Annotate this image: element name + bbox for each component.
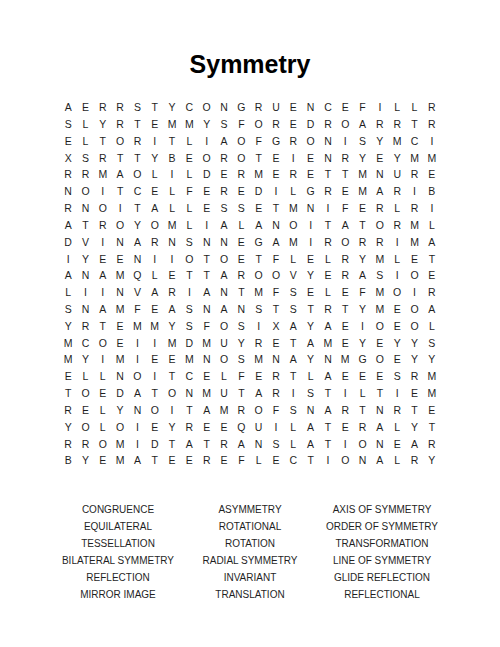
grid-cell-r5c19: N [371, 166, 388, 183]
grid-cell-r12c13: F [267, 284, 284, 301]
grid-cell-r10c17: R [337, 250, 354, 267]
grid-cell-r9c10: N [215, 234, 232, 251]
grid-cell-r22c22: Y [423, 452, 440, 469]
grid-cell-r22c12: L [250, 452, 267, 469]
grid-cell-r2c17: O [337, 116, 354, 133]
grid-cell-r5c18: M [354, 166, 371, 183]
grid-cell-r22c14: C [285, 452, 302, 469]
grid-cell-r9c16: R [319, 234, 336, 251]
grid-cell-r21c5: I [129, 435, 146, 452]
grid-cell-r12c17: E [337, 284, 354, 301]
grid-cell-r17c17: E [337, 368, 354, 385]
grid-cell-r13c17: T [337, 301, 354, 318]
grid-cell-r14c17: E [337, 318, 354, 335]
grid-cell-r3c6: I [146, 133, 163, 150]
grid-cell-r18c21: E [406, 385, 423, 402]
grid-cell-r4c8: E [181, 149, 198, 166]
grid-cell-r8c7: M [163, 217, 180, 234]
grid-cell-r3c19: Y [371, 133, 388, 150]
grid-cell-r5c3: M [94, 166, 111, 183]
grid-cell-r11c10: A [215, 267, 232, 284]
grid-cell-r5c1: R [60, 166, 77, 183]
grid-cell-r16c10: O [215, 351, 232, 368]
grid-cell-r15c11: Y [233, 334, 250, 351]
grid-cell-r11c5: Q [129, 267, 146, 284]
grid-cell-r11c15: Y [302, 267, 319, 284]
word-item: REFLECTIONAL [318, 586, 446, 603]
grid-cell-r9c14: M [285, 234, 302, 251]
grid-cell-r6c18: M [354, 183, 371, 200]
grid-cell-r5c10: E [215, 166, 232, 183]
grid-cell-r11c1: A [60, 267, 77, 284]
grid-cell-r3c18: S [354, 133, 371, 150]
grid-cell-r20c21: Y [406, 419, 423, 436]
grid-cell-r1c21: L [406, 99, 423, 116]
grid-cell-r8c17: A [337, 217, 354, 234]
grid-cell-r17c21: R [406, 368, 423, 385]
grid-cell-r10c10: O [215, 250, 232, 267]
grid-cell-r9c18: R [354, 234, 371, 251]
grid-cell-r21c14: L [285, 435, 302, 452]
grid-cell-r20c16: T [319, 419, 336, 436]
grid-cell-r3c1: E [60, 133, 77, 150]
grid-cell-r15c2: C [77, 334, 94, 351]
grid-cell-r3c8: L [181, 133, 198, 150]
grid-cell-r5c22: E [423, 166, 440, 183]
grid-cell-r6c17: E [337, 183, 354, 200]
grid-cell-r15c1: M [60, 334, 77, 351]
grid-cell-r20c4: O [111, 419, 128, 436]
grid-cell-r16c13: N [267, 351, 284, 368]
grid-cell-r3c12: F [250, 133, 267, 150]
grid-cell-r17c14: T [285, 368, 302, 385]
grid-cell-r8c19: O [371, 217, 388, 234]
grid-cell-r19c9: A [198, 402, 215, 419]
grid-cell-r1c4: R [111, 99, 128, 116]
grid-cell-r6c6: E [146, 183, 163, 200]
grid-cell-r1c6: T [146, 99, 163, 116]
grid-cell-r21c17: I [337, 435, 354, 452]
grid-cell-r11c21: O [406, 267, 423, 284]
grid-cell-r17c15: L [302, 368, 319, 385]
grid-cell-r10c16: L [319, 250, 336, 267]
grid-cell-r8c12: A [250, 217, 267, 234]
grid-cell-r1c9: O [198, 99, 215, 116]
grid-cell-r2c13: R [267, 116, 284, 133]
grid-cell-r4c2: S [77, 149, 94, 166]
grid-cell-r21c21: A [406, 435, 423, 452]
grid-cell-r17c20: S [389, 368, 406, 385]
grid-cell-r16c2: Y [77, 351, 94, 368]
word-item: GLIDE REFLECTION [318, 569, 446, 586]
grid-cell-r16c12: M [250, 351, 267, 368]
grid-cell-r14c19: O [371, 318, 388, 335]
grid-cell-r5c6: L [146, 166, 163, 183]
grid-cell-r15c19: E [371, 334, 388, 351]
grid-cell-r11c11: R [233, 267, 250, 284]
grid-cell-r9c1: D [60, 234, 77, 251]
grid-cell-r4c13: E [267, 149, 284, 166]
grid-cell-r7c7: L [163, 200, 180, 217]
grid-cell-r3c5: R [129, 133, 146, 150]
grid-cell-r13c1: S [60, 301, 77, 318]
grid-cell-r20c2: O [77, 419, 94, 436]
grid-cell-r15c8: D [181, 334, 198, 351]
grid-cell-r7c17: F [337, 200, 354, 217]
grid-cell-r5c7: I [163, 166, 180, 183]
grid-cell-r14c2: R [77, 318, 94, 335]
grid-cell-r8c3: R [94, 217, 111, 234]
grid-cell-r19c1: R [60, 402, 77, 419]
grid-cell-r17c7: T [163, 368, 180, 385]
grid-cell-r10c5: N [129, 250, 146, 267]
grid-cell-r2c16: R [319, 116, 336, 133]
word-item: ROTATION [186, 535, 314, 552]
grid-cell-r11c14: V [285, 267, 302, 284]
grid-cell-r16c4: M [111, 351, 128, 368]
grid-cell-r21c18: O [354, 435, 371, 452]
grid-cell-r18c13: R [267, 385, 284, 402]
grid-cell-r15c22: S [423, 334, 440, 351]
grid-cell-r9c11: E [233, 234, 250, 251]
grid-cell-r19c6: O [146, 402, 163, 419]
grid-cell-r12c20: O [389, 284, 406, 301]
grid-cell-r13c20: E [389, 301, 406, 318]
grid-cell-r13c22: A [423, 301, 440, 318]
grid-cell-r9c19: R [371, 234, 388, 251]
grid-cell-r8c15: I [302, 217, 319, 234]
grid-cell-r8c18: T [354, 217, 371, 234]
grid-cell-r21c2: R [77, 435, 94, 452]
grid-cell-r6c19: A [371, 183, 388, 200]
grid-cell-r3c4: O [111, 133, 128, 150]
grid-cell-r19c18: T [354, 402, 371, 419]
grid-cell-r10c18: Y [354, 250, 371, 267]
grid-cell-r16c6: E [146, 351, 163, 368]
grid-cell-r4c1: X [60, 149, 77, 166]
grid-cell-r11c17: R [337, 267, 354, 284]
grid-cell-r17c2: L [77, 368, 94, 385]
grid-cell-r1c10: N [215, 99, 232, 116]
grid-cell-r20c10: E [215, 419, 232, 436]
grid-cell-r7c19: R [371, 200, 388, 217]
grid-cell-r10c14: L [285, 250, 302, 267]
grid-cell-r13c4: M [111, 301, 128, 318]
grid-cell-r14c1: Y [60, 318, 77, 335]
grid-cell-r20c15: A [302, 419, 319, 436]
grid-cell-r9c9: N [198, 234, 215, 251]
grid-cell-r19c2: E [77, 402, 94, 419]
grid-cell-r12c21: I [406, 284, 423, 301]
grid-cell-r7c6: A [146, 200, 163, 217]
grid-cell-r16c3: I [94, 351, 111, 368]
grid-cell-r8c9: I [198, 217, 215, 234]
grid-cell-r15c21: Y [406, 334, 423, 351]
grid-cell-r14c9: F [198, 318, 215, 335]
grid-cell-r18c20: I [389, 385, 406, 402]
grid-cell-r10c20: L [389, 250, 406, 267]
grid-cell-r1c1: A [60, 99, 77, 116]
grid-cell-r22c19: A [371, 452, 388, 469]
grid-cell-r20c14: L [285, 419, 302, 436]
grid-cell-r11c6: L [146, 267, 163, 284]
grid-cell-r21c9: T [198, 435, 215, 452]
grid-cell-r9c22: A [423, 234, 440, 251]
grid-cell-r14c16: A [319, 318, 336, 335]
grid-cell-r4c3: R [94, 149, 111, 166]
grid-cell-r3c9: I [198, 133, 215, 150]
word-list-column-2: ASYMMETRYROTATIONALROTATIONRADIAL SYMMET… [186, 501, 314, 603]
grid-cell-r9c21: M [406, 234, 423, 251]
word-item: MIRROR IMAGE [54, 586, 182, 603]
grid-cell-r22c15: T [302, 452, 319, 469]
grid-cell-r19c7: I [163, 402, 180, 419]
grid-cell-r6c1: N [60, 183, 77, 200]
grid-cell-r16c11: S [233, 351, 250, 368]
grid-cell-r10c7: I [163, 250, 180, 267]
word-item: ORDER OF SYMMETRY [318, 518, 446, 535]
grid-cell-r2c20: R [389, 116, 406, 133]
grid-cell-r21c11: A [233, 435, 250, 452]
grid-cell-r18c15: S [302, 385, 319, 402]
grid-cell-r7c16: I [319, 200, 336, 217]
grid-cell-r19c3: L [94, 402, 111, 419]
grid-cell-r9c6: R [146, 234, 163, 251]
grid-cell-r12c16: L [319, 284, 336, 301]
grid-cell-r14c3: T [94, 318, 111, 335]
grid-cell-r19c22: E [423, 402, 440, 419]
grid-cell-r21c6: D [146, 435, 163, 452]
grid-cell-r17c16: A [319, 368, 336, 385]
grid-cell-r22c1: B [60, 452, 77, 469]
grid-cell-r5c20: U [389, 166, 406, 183]
grid-cell-r14c13: X [267, 318, 284, 335]
grid-cell-r12c9: A [198, 284, 215, 301]
grid-cell-r10c2: Y [77, 250, 94, 267]
grid-cell-r21c20: E [389, 435, 406, 452]
grid-cell-r14c18: I [354, 318, 371, 335]
grid-cell-r21c3: O [94, 435, 111, 452]
grid-cell-r5c21: R [406, 166, 423, 183]
grid-cell-r11c18: A [354, 267, 371, 284]
grid-cell-r1c18: F [354, 99, 371, 116]
grid-cell-r9c12: G [250, 234, 267, 251]
grid-cell-r8c13: N [267, 217, 284, 234]
grid-cell-r20c9: E [198, 419, 215, 436]
grid-cell-r13c2: N [77, 301, 94, 318]
grid-cell-r16c14: A [285, 351, 302, 368]
grid-cell-r18c16: T [319, 385, 336, 402]
grid-cell-r8c11: L [233, 217, 250, 234]
grid-cell-r9c20: I [389, 234, 406, 251]
grid-cell-r6c5: C [129, 183, 146, 200]
grid-cell-r3c22: I [423, 133, 440, 150]
grid-cell-r4c18: Y [354, 149, 371, 166]
grid-cell-r11c7: E [163, 267, 180, 284]
grid-cell-r3c7: T [163, 133, 180, 150]
grid-cell-r13c9: N [198, 301, 215, 318]
grid-cell-r21c16: T [319, 435, 336, 452]
grid-cell-r22c8: E [181, 452, 198, 469]
grid-cell-r19c8: T [181, 402, 198, 419]
letter-grid: AERRSTYCONGRUENCEFILLRSLYRTEMMYSFOREDROA… [60, 99, 441, 469]
grid-cell-r5c4: A [111, 166, 128, 183]
grid-cell-r3c20: M [389, 133, 406, 150]
grid-cell-r14c12: I [250, 318, 267, 335]
grid-cell-r19c14: S [285, 402, 302, 419]
grid-cell-r14c20: E [389, 318, 406, 335]
grid-cell-r19c10: M [215, 402, 232, 419]
grid-cell-r7c14: M [285, 200, 302, 217]
grid-cell-r9c2: V [77, 234, 94, 251]
grid-cell-r21c8: A [181, 435, 198, 452]
grid-cell-r14c6: M [146, 318, 163, 335]
grid-cell-r16c7: E [163, 351, 180, 368]
grid-cell-r17c18: E [354, 368, 371, 385]
grid-cell-r3c14: R [285, 133, 302, 150]
grid-cell-r20c18: R [354, 419, 371, 436]
grid-cell-r18c3: E [94, 385, 111, 402]
grid-cell-r10c13: F [267, 250, 284, 267]
grid-cell-r6c21: I [406, 183, 423, 200]
grid-cell-r1c12: R [250, 99, 267, 116]
grid-cell-r22c9: R [198, 452, 215, 469]
grid-cell-r19c4: Y [111, 402, 128, 419]
grid-cell-r6c22: B [423, 183, 440, 200]
grid-cell-r17c8: C [181, 368, 198, 385]
grid-cell-r16c20: E [389, 351, 406, 368]
grid-cell-r12c10: N [215, 284, 232, 301]
grid-cell-r14c15: Y [302, 318, 319, 335]
grid-cell-r10c12: T [250, 250, 267, 267]
grid-cell-r11c3: A [94, 267, 111, 284]
grid-cell-r12c18: F [354, 284, 371, 301]
grid-cell-r10c8: O [181, 250, 198, 267]
grid-cell-r11c8: T [181, 267, 198, 284]
grid-cell-r18c19: T [371, 385, 388, 402]
grid-cell-r20c17: E [337, 419, 354, 436]
grid-cell-r4c4: T [111, 149, 128, 166]
grid-cell-r8c2: T [77, 217, 94, 234]
grid-cell-r15c18: Y [354, 334, 371, 351]
grid-cell-r18c14: I [285, 385, 302, 402]
grid-cell-r8c21: M [406, 217, 423, 234]
grid-cell-r2c11: F [233, 116, 250, 133]
grid-cell-r9c4: N [111, 234, 128, 251]
grid-cell-r20c13: I [267, 419, 284, 436]
grid-cell-r7c15: N [302, 200, 319, 217]
grid-cell-r17c6: I [146, 368, 163, 385]
grid-cell-r20c22: T [423, 419, 440, 436]
grid-cell-r22c21: R [406, 452, 423, 469]
grid-cell-r11c19: S [371, 267, 388, 284]
grid-cell-r2c7: M [163, 116, 180, 133]
grid-cell-r5c11: R [233, 166, 250, 183]
grid-cell-r1c17: E [337, 99, 354, 116]
grid-cell-r8c10: A [215, 217, 232, 234]
grid-cell-r20c19: A [371, 419, 388, 436]
grid-cell-r18c5: A [129, 385, 146, 402]
grid-cell-r3c15: O [302, 133, 319, 150]
grid-cell-r9c13: A [267, 234, 284, 251]
grid-cell-r11c22: E [423, 267, 440, 284]
grid-cell-r3c17: I [337, 133, 354, 150]
grid-cell-r1c22: R [423, 99, 440, 116]
grid-cell-r1c8: C [181, 99, 198, 116]
word-item: ROTATIONAL [186, 518, 314, 535]
grid-cell-r15c15: A [302, 334, 319, 351]
grid-cell-r22c7: E [163, 452, 180, 469]
grid-cell-r18c17: I [337, 385, 354, 402]
grid-cell-r20c12: U [250, 419, 267, 436]
word-item: AXIS OF SYMMETRY [318, 501, 446, 518]
grid-cell-r6c4: T [111, 183, 128, 200]
grid-cell-r2c5: T [129, 116, 146, 133]
grid-cell-r4c19: E [371, 149, 388, 166]
word-list-column-1: CONGRUENCEEQUILATERALTESSELLATIONBILATER… [54, 501, 182, 603]
grid-cell-r2c21: T [406, 116, 423, 133]
grid-cell-r7c18: E [354, 200, 371, 217]
grid-cell-r16c19: O [371, 351, 388, 368]
grid-cell-r6c11: E [233, 183, 250, 200]
grid-cell-r9c5: A [129, 234, 146, 251]
grid-cell-r15c4: E [111, 334, 128, 351]
grid-cell-r6c16: R [319, 183, 336, 200]
grid-cell-r18c10: U [215, 385, 232, 402]
grid-cell-r14c10: O [215, 318, 232, 335]
grid-cell-r22c5: A [129, 452, 146, 469]
grid-cell-r13c14: S [285, 301, 302, 318]
grid-cell-r4c7: B [163, 149, 180, 166]
grid-cell-r20c5: I [129, 419, 146, 436]
grid-cell-r4c5: T [129, 149, 146, 166]
word-item: EQUILATERAL [54, 518, 182, 535]
grid-cell-r12c3: I [94, 284, 111, 301]
grid-cell-r18c22: M [423, 385, 440, 402]
grid-cell-r1c15: N [302, 99, 319, 116]
grid-cell-r3c10: A [215, 133, 232, 150]
grid-cell-r12c5: V [129, 284, 146, 301]
grid-cell-r22c17: O [337, 452, 354, 469]
grid-cell-r7c12: E [250, 200, 267, 217]
grid-cell-r21c10: R [215, 435, 232, 452]
grid-cell-r18c7: O [163, 385, 180, 402]
grid-cell-r14c21: O [406, 318, 423, 335]
grid-cell-r1c13: U [267, 99, 284, 116]
grid-cell-r16c15: Y [302, 351, 319, 368]
grid-cell-r8c20: R [389, 217, 406, 234]
grid-cell-r18c11: T [233, 385, 250, 402]
grid-cell-r6c2: O [77, 183, 94, 200]
grid-cell-r13c13: T [267, 301, 284, 318]
grid-cell-r17c19: E [371, 368, 388, 385]
grid-cell-r6c13: I [267, 183, 284, 200]
grid-cell-r17c22: M [423, 368, 440, 385]
grid-cell-r20c1: Y [60, 419, 77, 436]
grid-cell-r21c1: R [60, 435, 77, 452]
grid-cell-r12c6: A [146, 284, 163, 301]
grid-cell-r9c3: I [94, 234, 111, 251]
grid-cell-r16c21: Y [406, 351, 423, 368]
grid-cell-r12c7: R [163, 284, 180, 301]
grid-cell-r22c18: N [354, 452, 371, 469]
grid-cell-r7c13: T [267, 200, 284, 217]
grid-cell-r4c20: Y [389, 149, 406, 166]
grid-cell-r13c7: A [163, 301, 180, 318]
grid-cell-r4c6: Y [146, 149, 163, 166]
grid-cell-r2c22: R [423, 116, 440, 133]
grid-cell-r18c8: N [181, 385, 198, 402]
